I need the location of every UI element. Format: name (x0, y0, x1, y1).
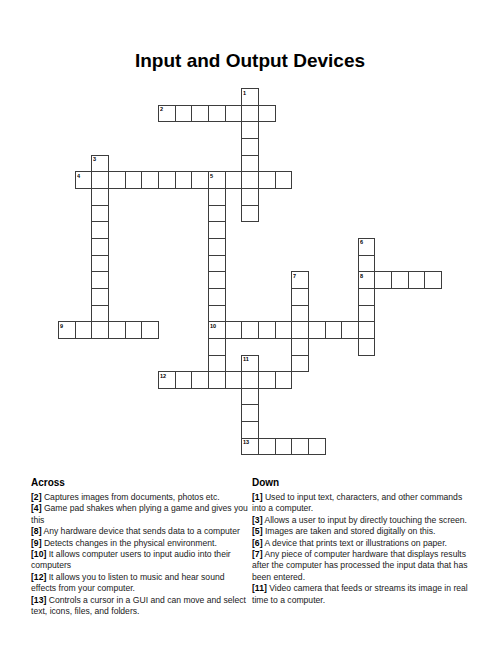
grid-cell[interactable] (308, 438, 326, 456)
grid-cell[interactable] (241, 121, 259, 139)
cell-number: 11 (243, 356, 249, 362)
clue-number: [12] (31, 572, 46, 582)
grid-cell[interactable] (225, 321, 243, 339)
clue-text: Any piece of computer hardware that disp… (252, 549, 467, 582)
grid-cell[interactable]: 6 (358, 238, 376, 256)
grid-cell[interactable]: 8 (358, 271, 376, 289)
grid-cell[interactable] (208, 355, 226, 373)
clue-text: A device that prints text or illustratio… (263, 538, 447, 548)
grid-cell[interactable] (258, 438, 276, 456)
clue-text: Any hardware device that sends data to a… (42, 526, 240, 536)
clue-number: [3] (252, 515, 263, 525)
clue-text: Controls a cursor in a GUI and can move … (31, 595, 246, 616)
grid-cell[interactable] (291, 438, 309, 456)
grid-cell[interactable] (208, 221, 226, 239)
grid-cell[interactable] (358, 321, 376, 339)
grid-cell[interactable] (75, 321, 93, 339)
cell-number: 4 (77, 173, 80, 179)
clue-item: [12] It allows you to listen to music an… (31, 572, 249, 595)
grid-cell[interactable] (91, 271, 109, 289)
grid-cell[interactable]: 10 (208, 321, 226, 339)
across-clues-section: Across [2] Captures images from document… (31, 477, 249, 617)
grid-cell[interactable] (91, 238, 109, 256)
clue-item: [4] Game pad shakes when plying a game a… (31, 503, 249, 526)
clue-number: [6] (252, 538, 263, 548)
down-clue-list: [1] Used to input text, characters, and … (252, 492, 472, 606)
grid-cell[interactable]: 13 (241, 438, 259, 456)
clue-text: Used to input text, characters, and othe… (252, 492, 462, 513)
grid-cell[interactable] (208, 271, 226, 289)
grid-cell[interactable] (241, 188, 259, 206)
grid-cell[interactable]: 1 (241, 88, 259, 106)
grid-cell[interactable] (358, 305, 376, 323)
grid-cell[interactable] (208, 338, 226, 356)
grid-cell[interactable] (91, 188, 109, 206)
grid-cell[interactable]: 4 (75, 171, 93, 189)
grid-cell[interactable] (325, 321, 343, 339)
grid-cell[interactable] (175, 171, 193, 189)
clue-text: Images are taken and stored digitally on… (263, 526, 436, 536)
cell-number: 12 (160, 373, 166, 379)
grid-cell[interactable]: 7 (291, 271, 309, 289)
cell-number: 2 (160, 106, 163, 112)
grid-cell[interactable] (208, 288, 226, 306)
grid-cell[interactable]: 11 (241, 355, 259, 373)
grid-cell[interactable] (358, 338, 376, 356)
grid-cell[interactable]: 9 (58, 321, 76, 339)
grid-cell[interactable] (408, 271, 426, 289)
clue-number: [8] (31, 526, 42, 536)
grid-cell[interactable] (191, 171, 209, 189)
clue-number: [7] (252, 549, 263, 559)
grid-cell[interactable] (341, 321, 359, 339)
grid-cell[interactable] (241, 421, 259, 439)
grid-cell[interactable] (91, 288, 109, 306)
clue-number: [2] (31, 492, 42, 502)
grid-cell[interactable] (108, 321, 126, 339)
grid-cell[interactable] (158, 171, 176, 189)
clue-item: [10] It allows computer users to input a… (31, 549, 249, 572)
grid-cell[interactable] (91, 305, 109, 323)
grid-cell[interactable] (291, 338, 309, 356)
clue-number: [5] (252, 526, 263, 536)
grid-cell[interactable] (291, 305, 309, 323)
grid-cell[interactable] (258, 371, 276, 389)
clue-item: [8] Any hardware device that sends data … (31, 526, 249, 537)
grid-cell[interactable] (175, 105, 193, 123)
clue-text: Game pad shakes when plying a game and g… (31, 503, 248, 524)
grid-cell[interactable] (225, 371, 243, 389)
clue-number: [10] (31, 549, 46, 559)
grid-cell[interactable] (208, 371, 226, 389)
grid-cell[interactable] (241, 105, 259, 123)
grid-cell[interactable]: 12 (158, 371, 176, 389)
clue-item: [7] Any piece of computer hardware that … (252, 549, 472, 583)
cell-number: 9 (60, 323, 63, 329)
down-header: Down (252, 477, 472, 488)
clue-item: [3] Allows a user to input by directly t… (252, 515, 472, 526)
clue-number: [13] (31, 595, 46, 605)
grid-cell[interactable] (208, 188, 226, 206)
grid-cell[interactable] (391, 271, 409, 289)
grid-cell[interactable] (125, 171, 143, 189)
grid-cell[interactable] (358, 288, 376, 306)
grid-cell[interactable] (275, 371, 293, 389)
grid-cell[interactable] (241, 321, 259, 339)
cell-number: 13 (243, 439, 249, 445)
cell-number: 3 (93, 156, 96, 162)
clue-number: [4] (31, 503, 42, 513)
grid-cell[interactable] (291, 288, 309, 306)
across-clue-list: [2] Captures images from documents, phot… (31, 492, 249, 617)
grid-cell[interactable] (258, 321, 276, 339)
grid-cell[interactable] (358, 255, 376, 273)
grid-cell[interactable] (275, 171, 293, 189)
grid-cell[interactable] (225, 105, 243, 123)
grid-cell[interactable] (208, 305, 226, 323)
grid-cell[interactable] (241, 138, 259, 156)
grid-cell[interactable] (308, 321, 326, 339)
grid-cell[interactable] (91, 171, 109, 189)
grid-cell[interactable] (241, 171, 259, 189)
grid-cell[interactable] (125, 321, 143, 339)
cell-number: 5 (210, 173, 213, 179)
clue-item: [1] Used to input text, characters, and … (252, 492, 472, 515)
grid-cell[interactable] (91, 205, 109, 223)
clue-item: [2] Captures images from documents, phot… (31, 492, 249, 503)
clue-number: [9] (31, 538, 42, 548)
grid-cell[interactable] (175, 371, 193, 389)
cell-number: 1 (243, 90, 246, 96)
grid-cell[interactable]: 3 (91, 155, 109, 173)
grid-cell[interactable] (241, 155, 259, 173)
grid-cell[interactable] (91, 221, 109, 239)
down-clues-section: Down [1] Used to input text, characters,… (252, 477, 472, 606)
cell-number: 10 (210, 323, 216, 329)
clue-number: [11] (252, 583, 267, 593)
clue-item: [11] Video camera that feeds or streams … (252, 583, 472, 606)
grid-cell[interactable] (208, 255, 226, 273)
clue-text: It allows computer users to input audio … (31, 549, 231, 570)
clue-text: Video camera that feeds or streams its i… (252, 583, 468, 604)
clue-item: [9] Detects changes in the physical envi… (31, 538, 249, 549)
cell-number: 6 (360, 239, 363, 245)
grid-cell[interactable] (424, 271, 442, 289)
grid-cell[interactable] (91, 321, 109, 339)
grid-cell[interactable] (225, 171, 243, 189)
clue-text: Allows a user to input by directly touch… (263, 515, 467, 525)
cell-number: 8 (360, 273, 363, 279)
crossword-grid: 12345678910111213 (58, 88, 441, 454)
grid-cell[interactable] (291, 321, 309, 339)
grid-cell[interactable] (241, 388, 259, 406)
grid-cell[interactable] (258, 105, 276, 123)
grid-cell[interactable] (241, 404, 259, 422)
grid-cell[interactable] (108, 171, 126, 189)
grid-cell[interactable] (141, 321, 159, 339)
grid-cell[interactable] (258, 171, 276, 189)
grid-cell[interactable] (141, 171, 159, 189)
grid-cell[interactable] (374, 271, 392, 289)
clue-number: [1] (252, 492, 263, 502)
clue-text: It allows you to listen to music and hea… (31, 572, 224, 593)
grid-cell[interactable] (208, 205, 226, 223)
grid-cell[interactable]: 2 (158, 105, 176, 123)
grid-cell[interactable] (275, 321, 293, 339)
cell-number: 7 (293, 273, 296, 279)
grid-cell[interactable] (241, 205, 259, 223)
across-header: Across (31, 477, 249, 488)
puzzle-title: Input and Output Devices (0, 50, 500, 72)
clue-item: [5] Images are taken and stored digitall… (252, 526, 472, 537)
clue-text: Detects changes in the physical environm… (42, 538, 217, 548)
grid-cell[interactable]: 5 (208, 171, 226, 189)
clue-item: [6] A device that prints text or illustr… (252, 538, 472, 549)
clue-text: Captures images from documents, photos e… (42, 492, 220, 502)
grid-cell[interactable] (208, 238, 226, 256)
grid-cell[interactable] (275, 438, 293, 456)
grid-cell[interactable] (91, 255, 109, 273)
grid-cell[interactable] (191, 105, 209, 123)
grid-cell[interactable] (208, 105, 226, 123)
grid-cell[interactable] (191, 371, 209, 389)
grid-cell[interactable] (291, 355, 309, 373)
grid-cell[interactable] (241, 371, 259, 389)
clue-item: [13] Controls a cursor in a GUI and can … (31, 595, 249, 618)
